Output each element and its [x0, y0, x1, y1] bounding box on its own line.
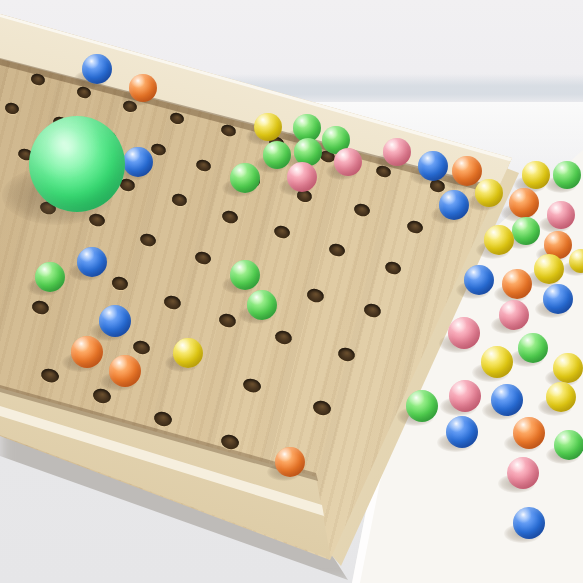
- peg-hole[interactable]: [242, 377, 263, 395]
- ball-sphere: [534, 254, 564, 284]
- ball-sphere: [123, 147, 153, 177]
- ball-sphere: [275, 447, 305, 477]
- ball-blue[interactable]: [543, 284, 573, 314]
- ball-sphere: [513, 507, 545, 539]
- ball-blue[interactable]: [77, 247, 107, 277]
- large-green-ball[interactable]: [29, 116, 125, 212]
- ball-orange[interactable]: [502, 269, 532, 299]
- ball-sphere: [553, 161, 581, 189]
- peg-hole[interactable]: [30, 299, 50, 316]
- ball-sphere: [247, 290, 277, 320]
- ball-blue[interactable]: [491, 384, 523, 416]
- ball-green[interactable]: [230, 163, 260, 193]
- ball-yellow[interactable]: [481, 346, 513, 378]
- ball-green[interactable]: [554, 430, 583, 460]
- ball-sphere: [502, 269, 532, 299]
- ball-sphere: [29, 116, 125, 212]
- ball-green[interactable]: [35, 262, 65, 292]
- ball-sphere: [230, 260, 260, 290]
- peg-hole[interactable]: [171, 192, 189, 207]
- ball-yellow[interactable]: [546, 382, 576, 412]
- ball-sphere: [77, 247, 107, 277]
- ball-yellow[interactable]: [173, 338, 203, 368]
- ball-sphere: [509, 188, 539, 218]
- ball-sphere: [547, 201, 575, 229]
- peg-hole[interactable]: [273, 224, 291, 240]
- ball-sphere: [334, 148, 362, 176]
- ball-green[interactable]: [512, 217, 540, 245]
- ball-blue[interactable]: [99, 305, 131, 337]
- ball-sphere: [553, 353, 583, 383]
- peg-hole[interactable]: [40, 367, 60, 385]
- ball-pink[interactable]: [383, 138, 411, 166]
- ball-pink[interactable]: [449, 380, 481, 412]
- pegboard-scene: [0, 0, 583, 583]
- ball-green[interactable]: [247, 290, 277, 320]
- ball-sphere: [109, 355, 141, 387]
- ball-pink[interactable]: [499, 300, 529, 330]
- ball-orange[interactable]: [109, 355, 141, 387]
- ball-pink[interactable]: [448, 317, 480, 349]
- ball-sphere: [484, 225, 514, 255]
- peg-hole[interactable]: [221, 209, 239, 225]
- ball-orange[interactable]: [275, 447, 305, 477]
- ball-sphere: [254, 113, 282, 141]
- ball-sphere: [287, 162, 317, 192]
- peg-hole[interactable]: [305, 287, 324, 304]
- ball-sphere: [512, 217, 540, 245]
- ball-sphere: [230, 163, 260, 193]
- ball-sphere: [129, 74, 157, 102]
- ball-sphere: [446, 416, 478, 448]
- ball-sphere: [448, 317, 480, 349]
- ball-blue[interactable]: [82, 54, 112, 84]
- ball-blue[interactable]: [439, 190, 469, 220]
- ball-green[interactable]: [406, 390, 438, 422]
- peg-hole[interactable]: [362, 302, 382, 319]
- ball-yellow[interactable]: [475, 179, 503, 207]
- peg-hole[interactable]: [194, 250, 213, 266]
- ball-sphere: [513, 417, 545, 449]
- ball-yellow[interactable]: [534, 254, 564, 284]
- ball-yellow[interactable]: [254, 113, 282, 141]
- ball-sphere: [99, 305, 131, 337]
- peg-hole[interactable]: [169, 111, 186, 126]
- ball-yellow[interactable]: [553, 353, 583, 383]
- ball-sphere: [406, 390, 438, 422]
- ball-sphere: [173, 338, 203, 368]
- peg-hole[interactable]: [194, 158, 212, 173]
- ball-pink[interactable]: [334, 148, 362, 176]
- peg-hole[interactable]: [384, 260, 403, 276]
- peg-hole[interactable]: [217, 312, 237, 329]
- ball-sphere: [82, 54, 112, 84]
- ball-yellow[interactable]: [484, 225, 514, 255]
- ball-sphere: [35, 262, 65, 292]
- ball-blue[interactable]: [123, 147, 153, 177]
- ball-blue[interactable]: [513, 507, 545, 539]
- peg-hole[interactable]: [353, 202, 371, 218]
- ball-sphere: [543, 284, 573, 314]
- ball-pink[interactable]: [547, 201, 575, 229]
- ball-sphere: [518, 333, 548, 363]
- ball-sphere: [475, 179, 503, 207]
- peg-hole[interactable]: [132, 338, 152, 355]
- ball-sphere: [481, 346, 513, 378]
- peg-hole[interactable]: [337, 346, 357, 363]
- peg-hole[interactable]: [312, 399, 333, 417]
- peg-hole[interactable]: [152, 410, 173, 428]
- ball-orange[interactable]: [513, 417, 545, 449]
- peg-hole[interactable]: [406, 219, 424, 235]
- ball-orange[interactable]: [129, 74, 157, 102]
- ball-sphere: [554, 430, 583, 460]
- peg-hole[interactable]: [328, 242, 347, 258]
- peg-hole[interactable]: [110, 275, 129, 292]
- ball-green[interactable]: [518, 333, 548, 363]
- ball-pink[interactable]: [507, 457, 539, 489]
- ball-yellow[interactable]: [569, 249, 583, 273]
- ball-sphere: [418, 151, 448, 181]
- ball-green[interactable]: [553, 161, 581, 189]
- peg-hole[interactable]: [273, 328, 293, 345]
- ball-sphere: [383, 138, 411, 166]
- ball-sphere: [439, 190, 469, 220]
- ball-green[interactable]: [230, 260, 260, 290]
- peg-hole[interactable]: [4, 101, 21, 115]
- ball-sphere: [491, 384, 523, 416]
- ball-sphere: [449, 380, 481, 412]
- ball-sphere: [546, 382, 576, 412]
- ball-orange[interactable]: [509, 188, 539, 218]
- ball-sphere: [71, 336, 103, 368]
- ball-blue[interactable]: [418, 151, 448, 181]
- ball-sphere: [499, 300, 529, 330]
- peg-hole[interactable]: [139, 232, 158, 248]
- peg-hole[interactable]: [162, 294, 181, 311]
- ball-sphere: [507, 457, 539, 489]
- ball-pink[interactable]: [287, 162, 317, 192]
- ball-blue[interactable]: [464, 265, 494, 295]
- ball-blue[interactable]: [446, 416, 478, 448]
- ball-sphere: [464, 265, 494, 295]
- ball-orange[interactable]: [71, 336, 103, 368]
